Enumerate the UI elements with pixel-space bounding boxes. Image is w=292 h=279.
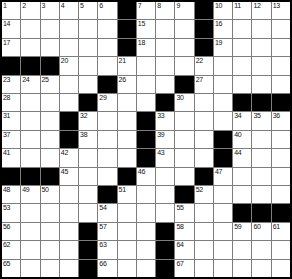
white-cell[interactable]: 4 [60, 2, 78, 19]
clue-number: 12 [253, 2, 260, 10]
black-square [118, 2, 136, 19]
white-cell[interactable] [41, 94, 59, 111]
white-cell[interactable] [195, 241, 213, 258]
clue-number: 39 [157, 131, 164, 139]
clue-number: 32 [80, 112, 87, 120]
white-cell[interactable]: 7 [137, 2, 155, 19]
white-cell[interactable] [156, 76, 174, 93]
clue-number: 34 [234, 112, 241, 120]
white-cell[interactable] [195, 112, 213, 129]
white-cell[interactable]: 35 [252, 112, 270, 129]
black-square [2, 57, 20, 74]
black-square [79, 241, 97, 258]
white-cell[interactable]: 29 [98, 94, 116, 111]
white-cell[interactable] [233, 186, 251, 203]
white-cell[interactable] [214, 94, 232, 111]
black-square [41, 168, 59, 185]
clue-number: 37 [3, 131, 10, 139]
clue-number: 20 [61, 57, 68, 65]
clue-number: 49 [22, 186, 29, 194]
white-cell[interactable]: 3 [41, 2, 59, 19]
clue-number: 11 [234, 2, 241, 10]
white-cell[interactable] [252, 39, 270, 56]
white-cell[interactable]: 42 [60, 149, 78, 166]
white-cell[interactable]: 56 [2, 223, 20, 240]
white-cell[interactable] [233, 241, 251, 258]
white-cell[interactable]: 22 [195, 57, 213, 74]
clue-number: 18 [138, 39, 145, 47]
white-cell[interactable]: 50 [41, 186, 59, 203]
black-square [118, 168, 136, 185]
white-cell[interactable] [79, 76, 97, 93]
clue-number: 27 [196, 76, 203, 84]
white-cell[interactable] [21, 241, 39, 258]
white-cell[interactable]: 58 [175, 223, 193, 240]
white-cell[interactable] [214, 57, 232, 74]
white-cell[interactable]: 61 [272, 223, 290, 240]
white-cell[interactable] [214, 186, 232, 203]
white-cell[interactable] [41, 260, 59, 277]
white-cell[interactable] [118, 260, 136, 277]
white-cell[interactable] [137, 186, 155, 203]
clue-number: 23 [3, 76, 10, 84]
white-cell[interactable]: 49 [21, 186, 39, 203]
black-square [214, 131, 232, 148]
clue-number: 43 [157, 149, 164, 157]
white-cell[interactable] [41, 241, 59, 258]
white-cell[interactable]: 10 [214, 2, 232, 19]
white-cell[interactable]: 5 [79, 2, 97, 19]
black-square [175, 76, 193, 93]
clue-number: 55 [176, 204, 183, 212]
clue-number: 42 [61, 149, 68, 157]
white-cell[interactable] [60, 260, 78, 277]
black-square [156, 94, 174, 111]
white-cell[interactable] [175, 168, 193, 185]
white-cell[interactable] [137, 94, 155, 111]
black-square [233, 94, 251, 111]
white-cell[interactable] [118, 241, 136, 258]
white-cell[interactable] [137, 76, 155, 93]
white-cell[interactable]: 43 [156, 149, 174, 166]
clue-number: 9 [176, 2, 180, 10]
white-cell[interactable] [233, 76, 251, 93]
clue-number: 17 [3, 39, 10, 47]
clue-number: 35 [253, 112, 260, 120]
clue-number: 60 [253, 223, 260, 231]
clue-number: 67 [176, 260, 183, 268]
black-square [252, 204, 270, 221]
white-cell[interactable] [175, 131, 193, 148]
clue-number: 66 [99, 260, 106, 268]
white-cell[interactable] [60, 186, 78, 203]
white-cell[interactable]: 36 [272, 112, 290, 129]
white-cell[interactable] [60, 76, 78, 93]
white-cell[interactable] [195, 131, 213, 148]
white-cell[interactable] [233, 20, 251, 37]
black-square [118, 39, 136, 56]
white-cell[interactable]: 37 [2, 131, 20, 148]
black-square [60, 112, 78, 129]
clue-number: 46 [138, 168, 145, 176]
clue-number: 63 [99, 241, 106, 249]
black-square [98, 186, 116, 203]
white-cell[interactable] [79, 149, 97, 166]
clue-number: 54 [99, 204, 106, 212]
white-cell[interactable]: 13 [272, 2, 290, 19]
white-cell[interactable] [252, 76, 270, 93]
white-cell[interactable] [272, 149, 290, 166]
white-cell[interactable] [272, 186, 290, 203]
clue-number: 57 [99, 223, 106, 231]
white-cell[interactable]: 8 [156, 2, 174, 19]
clue-number: 50 [42, 186, 49, 194]
clue-number: 53 [3, 204, 10, 212]
white-cell[interactable]: 33 [156, 112, 174, 129]
clue-number: 15 [138, 20, 145, 28]
white-cell[interactable] [98, 112, 116, 129]
white-cell[interactable] [175, 20, 193, 37]
white-cell[interactable]: 57 [98, 223, 116, 240]
black-square [195, 39, 213, 56]
white-cell[interactable] [21, 39, 39, 56]
crossword-grid: 1234567891011121314151617181920212223242… [0, 0, 292, 279]
white-cell[interactable] [21, 131, 39, 148]
white-cell[interactable]: 32 [79, 112, 97, 129]
white-cell[interactable]: 21 [118, 57, 136, 74]
white-cell[interactable] [98, 20, 116, 37]
white-cell[interactable]: 18 [137, 39, 155, 56]
white-cell[interactable] [137, 57, 155, 74]
white-cell[interactable] [79, 39, 97, 56]
white-cell[interactable] [195, 149, 213, 166]
white-cell[interactable] [175, 149, 193, 166]
black-square [175, 186, 193, 203]
white-cell[interactable] [21, 94, 39, 111]
white-cell[interactable]: 11 [233, 2, 251, 19]
white-cell[interactable] [252, 57, 270, 74]
white-cell[interactable]: 17 [2, 39, 20, 56]
white-cell[interactable] [233, 57, 251, 74]
white-cell[interactable]: 40 [233, 131, 251, 148]
white-cell[interactable] [156, 168, 174, 185]
white-cell[interactable] [233, 260, 251, 277]
white-cell[interactable] [175, 57, 193, 74]
white-cell[interactable] [41, 39, 59, 56]
clue-number: 59 [234, 223, 241, 231]
clue-number: 45 [61, 168, 68, 176]
white-cell[interactable] [195, 94, 213, 111]
black-square [21, 168, 39, 185]
white-cell[interactable] [60, 94, 78, 111]
clue-number: 52 [196, 186, 203, 194]
white-cell[interactable]: 39 [156, 131, 174, 148]
white-cell[interactable]: 48 [2, 186, 20, 203]
white-cell[interactable] [252, 20, 270, 37]
white-cell[interactable]: 64 [175, 241, 193, 258]
white-cell[interactable]: 28 [2, 94, 20, 111]
white-cell[interactable]: 31 [2, 112, 20, 129]
black-square [21, 57, 39, 74]
black-square [233, 204, 251, 221]
white-cell[interactable] [60, 223, 78, 240]
clue-number: 7 [138, 2, 142, 10]
white-cell[interactable] [41, 149, 59, 166]
white-cell[interactable] [214, 241, 232, 258]
clue-number: 19 [215, 39, 222, 47]
white-cell[interactable] [98, 39, 116, 56]
white-cell[interactable] [137, 241, 155, 258]
white-cell[interactable] [98, 57, 116, 74]
white-cell[interactable] [214, 204, 232, 221]
black-square [252, 94, 270, 111]
black-square [195, 168, 213, 185]
white-cell[interactable] [156, 39, 174, 56]
clue-number: 65 [3, 260, 10, 268]
white-cell[interactable] [79, 186, 97, 203]
clue-number: 47 [215, 168, 222, 176]
white-cell[interactable] [41, 20, 59, 37]
white-cell[interactable]: 26 [118, 76, 136, 93]
black-square [137, 112, 155, 129]
white-cell[interactable] [21, 260, 39, 277]
white-cell[interactable] [60, 39, 78, 56]
white-cell[interactable] [214, 112, 232, 129]
white-cell[interactable] [156, 20, 174, 37]
white-cell[interactable] [21, 149, 39, 166]
white-cell[interactable] [156, 186, 174, 203]
white-cell[interactable]: 60 [252, 223, 270, 240]
white-cell[interactable]: 52 [195, 186, 213, 203]
white-cell[interactable] [156, 57, 174, 74]
clue-number: 2 [22, 2, 26, 10]
white-cell[interactable] [79, 57, 97, 74]
clue-number: 13 [273, 2, 280, 10]
white-cell[interactable] [252, 260, 270, 277]
clue-number: 40 [234, 131, 241, 139]
white-cell[interactable]: 67 [175, 260, 193, 277]
clue-number: 62 [3, 241, 10, 249]
white-cell[interactable]: 47 [214, 168, 232, 185]
white-cell[interactable] [41, 112, 59, 129]
white-cell[interactable] [252, 241, 270, 258]
crossword-puzzle: 1234567891011121314151617181920212223242… [0, 0, 292, 279]
white-cell[interactable]: 34 [233, 112, 251, 129]
white-cell[interactable]: 27 [195, 76, 213, 93]
white-cell[interactable] [79, 20, 97, 37]
black-square [79, 260, 97, 277]
clue-number: 8 [157, 2, 161, 10]
white-cell[interactable] [252, 149, 270, 166]
black-square [195, 20, 213, 37]
white-cell[interactable]: 51 [118, 186, 136, 203]
clue-number: 28 [3, 94, 10, 102]
white-cell[interactable]: 23 [2, 76, 20, 93]
white-cell[interactable]: 41 [2, 149, 20, 166]
white-cell[interactable] [272, 241, 290, 258]
white-cell[interactable]: 65 [2, 260, 20, 277]
white-cell[interactable] [214, 76, 232, 93]
white-cell[interactable]: 46 [137, 168, 155, 185]
clue-number: 51 [119, 186, 126, 194]
white-cell[interactable] [233, 168, 251, 185]
clue-number: 24 [22, 76, 29, 84]
clue-number: 31 [3, 112, 10, 120]
white-cell[interactable]: 54 [98, 204, 116, 221]
white-cell[interactable] [272, 131, 290, 148]
clue-number: 30 [176, 94, 183, 102]
white-cell[interactable] [195, 260, 213, 277]
white-cell[interactable] [98, 131, 116, 148]
white-cell[interactable] [60, 20, 78, 37]
white-cell[interactable]: 44 [233, 149, 251, 166]
white-cell[interactable] [60, 204, 78, 221]
white-cell[interactable]: 24 [21, 76, 39, 93]
white-cell[interactable] [272, 168, 290, 185]
clue-number: 44 [234, 149, 241, 157]
white-cell[interactable] [41, 204, 59, 221]
white-cell[interactable]: 59 [233, 223, 251, 240]
white-cell[interactable] [21, 223, 39, 240]
white-cell[interactable] [156, 204, 174, 221]
clue-number: 1 [3, 2, 7, 10]
black-square [214, 149, 232, 166]
clue-number: 61 [273, 223, 280, 231]
black-square [195, 2, 213, 19]
clue-number: 14 [3, 20, 10, 28]
clue-number: 33 [157, 112, 164, 120]
white-cell[interactable] [272, 57, 290, 74]
clue-number: 22 [196, 57, 203, 65]
white-cell[interactable]: 55 [175, 204, 193, 221]
white-cell[interactable] [60, 241, 78, 258]
white-cell[interactable]: 15 [137, 20, 155, 37]
black-square [272, 204, 290, 221]
black-square [79, 223, 97, 240]
black-square [156, 241, 174, 258]
white-cell[interactable] [252, 186, 270, 203]
white-cell[interactable] [233, 39, 251, 56]
white-cell[interactable] [272, 39, 290, 56]
clue-number: 38 [80, 131, 87, 139]
white-cell[interactable]: 19 [214, 39, 232, 56]
white-cell[interactable]: 30 [175, 94, 193, 111]
white-cell[interactable] [272, 76, 290, 93]
white-cell[interactable]: 38 [79, 131, 97, 148]
white-cell[interactable]: 6 [98, 2, 116, 19]
black-square [2, 168, 20, 185]
white-cell[interactable] [175, 39, 193, 56]
white-cell[interactable]: 2 [21, 2, 39, 19]
black-square [272, 94, 290, 111]
white-cell[interactable] [118, 131, 136, 148]
white-cell[interactable] [214, 223, 232, 240]
black-square [79, 94, 97, 111]
clue-number: 64 [176, 241, 183, 249]
black-square [137, 149, 155, 166]
clue-number: 4 [61, 2, 65, 10]
white-cell[interactable]: 9 [175, 2, 193, 19]
white-cell[interactable] [21, 204, 39, 221]
white-cell[interactable] [272, 260, 290, 277]
white-cell[interactable] [118, 223, 136, 240]
clue-number: 25 [42, 76, 49, 84]
black-square [98, 76, 116, 93]
white-cell[interactable]: 1 [2, 2, 20, 19]
white-cell[interactable] [252, 131, 270, 148]
white-cell[interactable] [137, 204, 155, 221]
black-square [137, 131, 155, 148]
white-cell[interactable]: 12 [252, 2, 270, 19]
white-cell[interactable] [175, 112, 193, 129]
clue-number: 29 [99, 94, 106, 102]
white-cell[interactable] [118, 94, 136, 111]
clue-number: 36 [273, 112, 280, 120]
clue-number: 48 [3, 186, 10, 194]
white-cell[interactable] [79, 168, 97, 185]
clue-number: 58 [176, 223, 183, 231]
clue-number: 6 [99, 2, 103, 10]
white-cell[interactable] [98, 168, 116, 185]
white-cell[interactable] [21, 112, 39, 129]
clue-number: 16 [215, 20, 222, 28]
white-cell[interactable]: 62 [2, 241, 20, 258]
white-cell[interactable] [272, 20, 290, 37]
white-cell[interactable] [79, 204, 97, 221]
white-cell[interactable] [98, 149, 116, 166]
white-cell[interactable]: 45 [60, 168, 78, 185]
white-cell[interactable]: 63 [98, 241, 116, 258]
black-square [156, 260, 174, 277]
black-square [118, 20, 136, 37]
clue-number: 5 [80, 2, 84, 10]
white-cell[interactable]: 20 [60, 57, 78, 74]
black-square [41, 57, 59, 74]
white-cell[interactable] [41, 223, 59, 240]
white-cell[interactable] [137, 223, 155, 240]
white-cell[interactable] [118, 204, 136, 221]
clue-number: 41 [3, 149, 10, 157]
white-cell[interactable] [214, 260, 232, 277]
white-cell[interactable] [195, 204, 213, 221]
clue-number: 21 [119, 57, 126, 65]
clue-number: 10 [215, 2, 222, 10]
white-cell[interactable]: 66 [98, 260, 116, 277]
white-cell[interactable] [118, 112, 136, 129]
white-cell[interactable] [118, 149, 136, 166]
white-cell[interactable]: 16 [214, 20, 232, 37]
white-cell[interactable] [41, 131, 59, 148]
clue-number: 3 [42, 2, 46, 10]
white-cell[interactable] [252, 168, 270, 185]
white-cell[interactable] [21, 20, 39, 37]
white-cell[interactable]: 53 [2, 204, 20, 221]
white-cell[interactable] [137, 260, 155, 277]
white-cell[interactable] [195, 223, 213, 240]
white-cell[interactable]: 14 [2, 20, 20, 37]
clue-number: 56 [3, 223, 10, 231]
white-cell[interactable]: 25 [41, 76, 59, 93]
black-square [156, 223, 174, 240]
black-square [60, 131, 78, 148]
clue-number: 26 [119, 76, 126, 84]
